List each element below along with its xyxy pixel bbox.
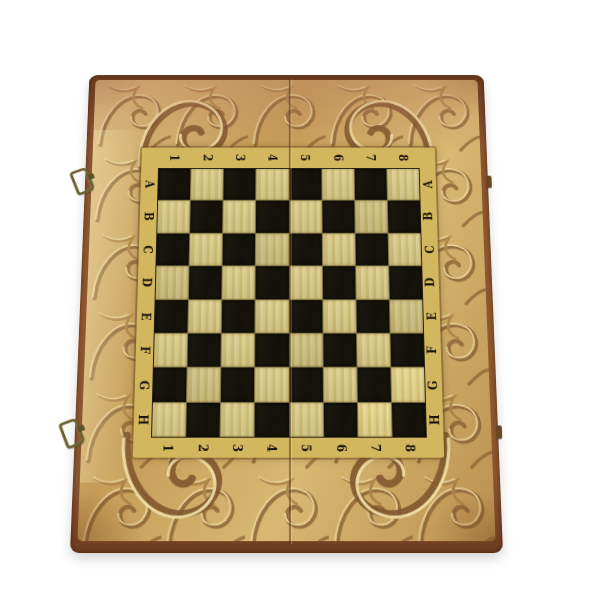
coord-right-D: D (422, 266, 439, 299)
square-H1[interactable] (152, 403, 186, 437)
square-E2[interactable] (188, 300, 221, 333)
coord-bottom-1: 1 (150, 438, 185, 458)
square-G8[interactable] (391, 368, 425, 402)
square-D6[interactable] (323, 266, 356, 298)
square-F1[interactable] (154, 334, 188, 367)
square-B2[interactable] (190, 201, 222, 233)
square-F3[interactable] (222, 334, 255, 367)
square-H2[interactable] (186, 403, 220, 437)
square-F8[interactable] (390, 334, 424, 367)
square-A6[interactable] (322, 169, 354, 200)
square-B3[interactable] (223, 201, 255, 233)
coord-top-1: 1 (158, 148, 191, 168)
square-E6[interactable] (323, 300, 356, 333)
square-C2[interactable] (190, 233, 223, 265)
coord-right-F: F (424, 333, 441, 367)
product-photo-background: 12345678 12345678 ABCDEFGH ABCDEFGH (0, 0, 600, 600)
square-H8[interactable] (392, 403, 426, 437)
square-C1[interactable] (156, 233, 189, 265)
square-G1[interactable] (153, 368, 187, 402)
coord-left-G: G (134, 368, 152, 403)
square-G6[interactable] (323, 368, 356, 402)
square-B7[interactable] (355, 201, 388, 233)
hinge-tab-bottom (496, 425, 502, 438)
square-D5[interactable] (289, 266, 322, 298)
coord-left-A: A (140, 168, 158, 200)
coord-left-D: D (137, 266, 155, 299)
coord-bottom-4: 4 (254, 438, 289, 458)
coord-bottom-2: 2 (185, 438, 220, 458)
square-C4[interactable] (256, 233, 288, 265)
square-G2[interactable] (187, 368, 221, 402)
square-A3[interactable] (224, 169, 256, 200)
square-A5[interactable] (289, 169, 321, 200)
square-D1[interactable] (156, 266, 189, 298)
square-D3[interactable] (222, 266, 255, 298)
coord-top-3: 3 (223, 148, 256, 168)
square-C3[interactable] (223, 233, 255, 265)
square-H7[interactable] (358, 403, 392, 437)
square-H4[interactable] (255, 403, 288, 437)
square-C8[interactable] (388, 233, 421, 265)
square-C7[interactable] (355, 233, 388, 265)
square-D7[interactable] (356, 266, 389, 298)
coord-right-H: H (426, 402, 444, 437)
coord-right-E: E (423, 299, 440, 333)
hinge-tab-top (486, 176, 492, 188)
square-F2[interactable] (188, 334, 221, 367)
coord-right-A: A (420, 168, 437, 200)
coord-right-B: B (421, 200, 438, 233)
coord-top-2: 2 (191, 148, 224, 168)
square-C6[interactable] (322, 233, 355, 265)
square-A2[interactable] (191, 169, 223, 200)
square-G7[interactable] (357, 368, 391, 402)
square-C5[interactable] (289, 233, 321, 265)
square-E5[interactable] (289, 300, 322, 333)
square-H5[interactable] (289, 403, 322, 437)
coord-left-H: H (133, 402, 152, 437)
coord-left-C: C (138, 233, 156, 266)
coord-left-E: E (136, 299, 154, 333)
coord-top-6: 6 (321, 148, 354, 168)
square-F4[interactable] (255, 334, 288, 367)
coord-bottom-5: 5 (289, 438, 324, 458)
square-E8[interactable] (390, 300, 423, 333)
square-A8[interactable] (387, 169, 420, 200)
square-F5[interactable] (289, 334, 322, 367)
square-B1[interactable] (157, 201, 190, 233)
square-G5[interactable] (289, 368, 322, 402)
square-F7[interactable] (357, 334, 390, 367)
coord-bottom-7: 7 (358, 438, 393, 458)
square-B5[interactable] (289, 201, 321, 233)
square-B8[interactable] (388, 201, 421, 233)
square-H6[interactable] (324, 403, 358, 437)
square-B4[interactable] (256, 201, 288, 233)
square-A1[interactable] (158, 169, 190, 200)
coord-left-F: F (135, 333, 153, 367)
square-G4[interactable] (255, 368, 288, 402)
coord-top-5: 5 (289, 148, 322, 168)
square-D8[interactable] (389, 266, 422, 298)
coord-left-B: B (139, 200, 157, 233)
square-E1[interactable] (155, 300, 188, 333)
coord-top-4: 4 (256, 148, 289, 168)
square-F6[interactable] (323, 334, 356, 367)
square-D4[interactable] (256, 266, 288, 298)
square-A7[interactable] (354, 169, 386, 200)
square-E3[interactable] (222, 300, 255, 333)
coord-bottom-6: 6 (323, 438, 358, 458)
square-G3[interactable] (221, 368, 254, 402)
coord-bottom-8: 8 (392, 438, 427, 458)
square-H3[interactable] (221, 403, 255, 437)
square-E7[interactable] (356, 300, 389, 333)
coord-right-C: C (421, 233, 438, 266)
coord-bottom-3: 3 (220, 438, 255, 458)
square-E4[interactable] (256, 300, 289, 333)
coord-right-G: G (425, 368, 442, 403)
square-B6[interactable] (322, 201, 354, 233)
square-D2[interactable] (189, 266, 222, 298)
chess-board: 12345678 12345678 ABCDEFGH ABCDEFGH (70, 75, 503, 553)
coord-top-8: 8 (387, 148, 420, 168)
square-A4[interactable] (256, 169, 288, 200)
coord-top-7: 7 (354, 148, 387, 168)
